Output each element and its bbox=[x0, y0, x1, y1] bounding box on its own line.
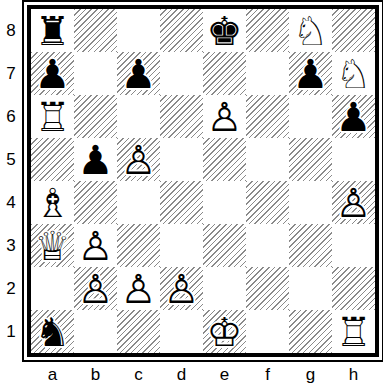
square-e5[interactable] bbox=[203, 138, 246, 181]
black-king[interactable]: ♚ bbox=[207, 11, 243, 51]
square-d1[interactable] bbox=[160, 310, 203, 353]
square-d7[interactable] bbox=[160, 52, 203, 95]
square-c2[interactable]: ♙ bbox=[117, 267, 160, 310]
square-c8[interactable] bbox=[117, 9, 160, 52]
white-pawn[interactable]: ♙ bbox=[121, 140, 157, 180]
rank-label-5: 5 bbox=[0, 138, 22, 181]
square-a1[interactable]: ♞ bbox=[31, 310, 74, 353]
black-pawn[interactable]: ♟ bbox=[336, 97, 372, 137]
white-knight[interactable]: ♘ bbox=[293, 11, 329, 51]
black-rook[interactable]: ♜ bbox=[35, 11, 71, 51]
board-border: ♜♚♘♟♟♟♘♖♙♟♟♙♗♙♕♙♙♙♙♞♔♖ bbox=[27, 5, 379, 357]
file-label-d: d bbox=[160, 365, 203, 385]
white-pawn[interactable]: ♙ bbox=[164, 269, 200, 309]
black-pawn[interactable]: ♟ bbox=[35, 54, 71, 94]
rank-labels: 87654321 bbox=[0, 0, 22, 362]
file-label-b: b bbox=[74, 365, 117, 385]
square-b8[interactable] bbox=[74, 9, 117, 52]
square-g1[interactable] bbox=[289, 310, 332, 353]
square-d2[interactable]: ♙ bbox=[160, 267, 203, 310]
rank-label-6: 6 bbox=[0, 95, 22, 138]
square-a4[interactable]: ♗ bbox=[31, 181, 74, 224]
square-a3[interactable]: ♕ bbox=[31, 224, 74, 267]
black-knight[interactable]: ♞ bbox=[35, 312, 71, 352]
square-e2[interactable] bbox=[203, 267, 246, 310]
square-f2[interactable] bbox=[246, 267, 289, 310]
white-knight[interactable]: ♘ bbox=[336, 54, 372, 94]
square-g5[interactable] bbox=[289, 138, 332, 181]
square-c5[interactable]: ♙ bbox=[117, 138, 160, 181]
file-label-a: a bbox=[31, 365, 74, 385]
file-label-f: f bbox=[246, 365, 289, 385]
square-f4[interactable] bbox=[246, 181, 289, 224]
square-b2[interactable]: ♙ bbox=[74, 267, 117, 310]
square-g7[interactable]: ♟ bbox=[289, 52, 332, 95]
square-c6[interactable] bbox=[117, 95, 160, 138]
white-bishop[interactable]: ♗ bbox=[35, 183, 71, 223]
square-e3[interactable] bbox=[203, 224, 246, 267]
square-h1[interactable]: ♖ bbox=[332, 310, 375, 353]
square-d6[interactable] bbox=[160, 95, 203, 138]
square-h5[interactable] bbox=[332, 138, 375, 181]
white-rook[interactable]: ♖ bbox=[336, 312, 372, 352]
square-a5[interactable] bbox=[31, 138, 74, 181]
square-a6[interactable]: ♖ bbox=[31, 95, 74, 138]
square-g4[interactable] bbox=[289, 181, 332, 224]
white-queen[interactable]: ♕ bbox=[35, 226, 71, 266]
square-f5[interactable] bbox=[246, 138, 289, 181]
file-label-h: h bbox=[332, 365, 375, 385]
square-e6[interactable]: ♙ bbox=[203, 95, 246, 138]
square-h4[interactable]: ♙ bbox=[332, 181, 375, 224]
square-e4[interactable] bbox=[203, 181, 246, 224]
square-c7[interactable]: ♟ bbox=[117, 52, 160, 95]
rank-label-2: 2 bbox=[0, 267, 22, 310]
square-e7[interactable] bbox=[203, 52, 246, 95]
square-c1[interactable] bbox=[117, 310, 160, 353]
black-pawn[interactable]: ♟ bbox=[78, 140, 114, 180]
square-h8[interactable] bbox=[332, 9, 375, 52]
square-d8[interactable] bbox=[160, 9, 203, 52]
square-g2[interactable] bbox=[289, 267, 332, 310]
square-f3[interactable] bbox=[246, 224, 289, 267]
square-a2[interactable] bbox=[31, 267, 74, 310]
square-d4[interactable] bbox=[160, 181, 203, 224]
square-e1[interactable]: ♔ bbox=[203, 310, 246, 353]
white-pawn[interactable]: ♙ bbox=[78, 269, 114, 309]
square-b1[interactable] bbox=[74, 310, 117, 353]
square-e8[interactable]: ♚ bbox=[203, 9, 246, 52]
square-b6[interactable] bbox=[74, 95, 117, 138]
square-h2[interactable] bbox=[332, 267, 375, 310]
square-f6[interactable] bbox=[246, 95, 289, 138]
file-labels: abcdefgh bbox=[22, 362, 383, 388]
square-a7[interactable]: ♟ bbox=[31, 52, 74, 95]
white-rook[interactable]: ♖ bbox=[35, 97, 71, 137]
square-b5[interactable]: ♟ bbox=[74, 138, 117, 181]
square-g3[interactable] bbox=[289, 224, 332, 267]
rank-label-8: 8 bbox=[0, 9, 22, 52]
board-frame: ♜♚♘♟♟♟♘♖♙♟♟♙♗♙♕♙♙♙♙♞♔♖ bbox=[22, 0, 383, 362]
square-f1[interactable] bbox=[246, 310, 289, 353]
square-h3[interactable] bbox=[332, 224, 375, 267]
white-pawn[interactable]: ♙ bbox=[121, 269, 157, 309]
white-king[interactable]: ♔ bbox=[207, 312, 243, 352]
square-f7[interactable] bbox=[246, 52, 289, 95]
square-g6[interactable] bbox=[289, 95, 332, 138]
square-f8[interactable] bbox=[246, 9, 289, 52]
square-c4[interactable] bbox=[117, 181, 160, 224]
rank-label-4: 4 bbox=[0, 181, 22, 224]
rank-label-7: 7 bbox=[0, 52, 22, 95]
chess-diagram: 87654321 ♜♚♘♟♟♟♘♖♙♟♟♙♗♙♕♙♙♙♙♞♔♖ abcdefgh bbox=[0, 0, 383, 388]
file-label-e: e bbox=[203, 365, 246, 385]
rank-label-1: 1 bbox=[0, 310, 22, 353]
square-a8[interactable]: ♜ bbox=[31, 9, 74, 52]
square-h6[interactable]: ♟ bbox=[332, 95, 375, 138]
square-h7[interactable]: ♘ bbox=[332, 52, 375, 95]
white-pawn[interactable]: ♙ bbox=[207, 97, 243, 137]
square-c3[interactable] bbox=[117, 224, 160, 267]
square-d3[interactable] bbox=[160, 224, 203, 267]
square-b7[interactable] bbox=[74, 52, 117, 95]
rank-label-3: 3 bbox=[0, 224, 22, 267]
square-b3[interactable]: ♙ bbox=[74, 224, 117, 267]
black-pawn[interactable]: ♟ bbox=[293, 54, 329, 94]
file-label-g: g bbox=[289, 365, 332, 385]
file-label-c: c bbox=[117, 365, 160, 385]
white-pawn[interactable]: ♙ bbox=[336, 183, 372, 223]
white-pawn[interactable]: ♙ bbox=[78, 226, 114, 266]
square-g8[interactable]: ♘ bbox=[289, 9, 332, 52]
square-d5[interactable] bbox=[160, 138, 203, 181]
square-b4[interactable] bbox=[74, 181, 117, 224]
chess-board: ♜♚♘♟♟♟♘♖♙♟♟♙♗♙♕♙♙♙♙♞♔♖ bbox=[31, 9, 375, 353]
black-pawn[interactable]: ♟ bbox=[121, 54, 157, 94]
